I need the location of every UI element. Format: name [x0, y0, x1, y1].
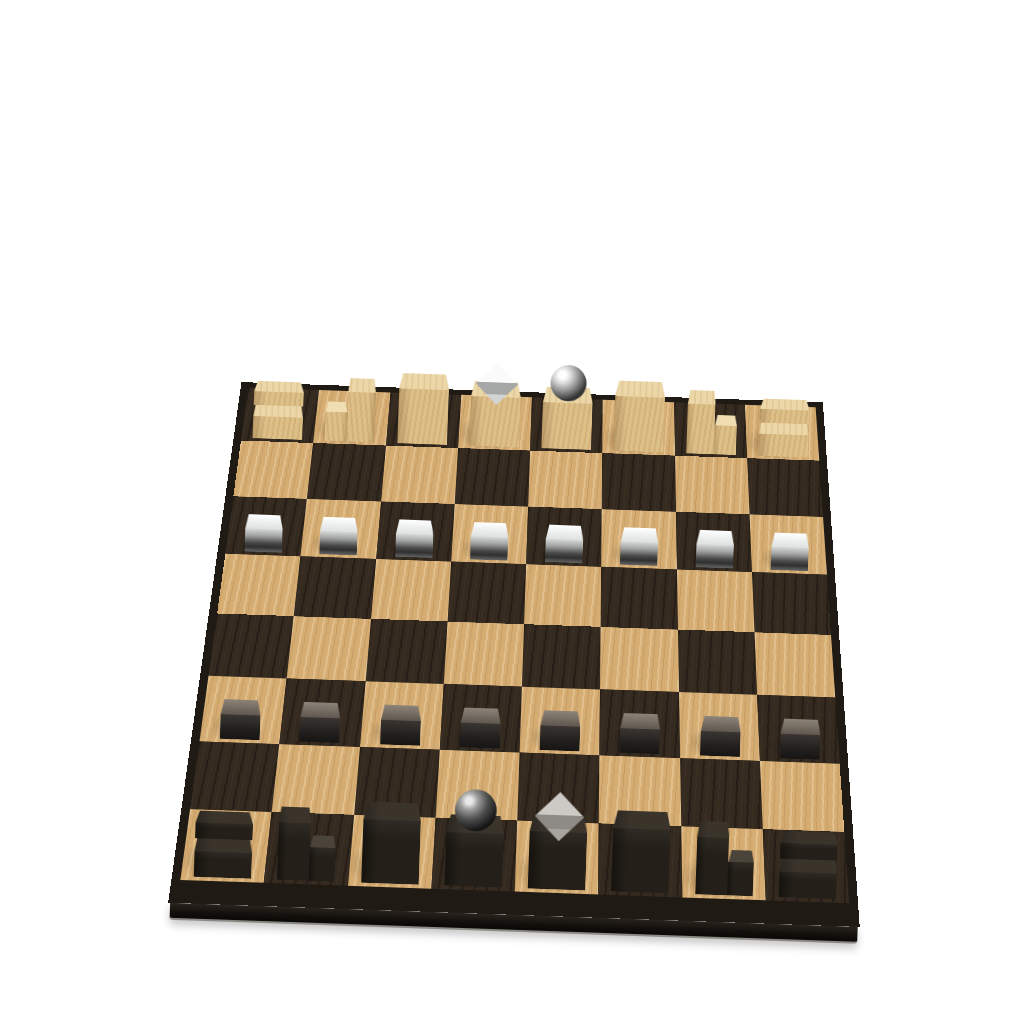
piece-black-pawn[interactable]: [300, 701, 341, 742]
square-r4c2[interactable]: [294, 556, 376, 619]
pawn-cube-top-face: [621, 527, 659, 543]
pawn-cube-front-face: [320, 531, 358, 555]
queen-block-front-face: [541, 402, 592, 450]
pawn-cube-front-face: [695, 544, 733, 568]
piece-black-knight[interactable]: [695, 821, 755, 896]
chess-board: [168, 382, 860, 927]
piece-white-rook[interactable]: [758, 399, 810, 458]
knight-notch-part: [310, 835, 337, 881]
square-r5c3[interactable]: [365, 619, 447, 684]
square-r5c6[interactable]: [600, 627, 678, 692]
bishop-block-front-face: [614, 396, 666, 453]
square-r1c3[interactable]: [386, 392, 462, 448]
square-r6c5[interactable]: [520, 687, 601, 755]
piece-black-knight[interactable]: [277, 806, 337, 881]
bishop-block-top-face: [614, 810, 672, 830]
square-r7c2[interactable]: [272, 744, 360, 815]
bishop-block-front-face: [397, 389, 449, 446]
piece-white-pawn[interactable]: [395, 519, 434, 558]
rook-back-step-top-face: [780, 831, 838, 845]
square-r3c3[interactable]: [376, 501, 455, 561]
square-r7c1[interactable]: [190, 741, 279, 812]
piece-white-pawn[interactable]: [545, 524, 584, 563]
knight-notch-floor-face: [311, 835, 337, 848]
pawn-cube-front-face: [220, 714, 261, 740]
pawn-cube-front-face: [380, 719, 421, 745]
knight-notch-floor-face: [728, 850, 754, 863]
square-r1c2[interactable]: [313, 390, 390, 446]
bishop-block-top-face: [399, 373, 449, 390]
pawn-cube-top-face: [546, 524, 584, 540]
knight-top-face: [688, 390, 716, 405]
square-r4c1[interactable]: [217, 554, 300, 617]
piece-black-queen[interactable]: [444, 788, 505, 887]
square-r1c6[interactable]: [602, 400, 674, 456]
knight-notch-part: [727, 850, 754, 896]
square-r2c1[interactable]: [233, 441, 313, 499]
square-r5c7[interactable]: [678, 630, 757, 695]
piece-white-pawn[interactable]: [620, 527, 659, 566]
pawn-cube-front-face: [780, 733, 821, 759]
piece-black-pawn[interactable]: [540, 710, 581, 751]
square-r8c8[interactable]: [763, 829, 850, 903]
square-r8c7[interactable]: [681, 826, 766, 900]
pawn-cube-top-face: [621, 713, 661, 730]
rook-back-step-front-face: [780, 843, 838, 861]
pawn-cube-top-face: [381, 704, 421, 721]
knight-tall-part: [686, 390, 716, 454]
square-r4c6[interactable]: [601, 567, 678, 630]
piece-black-pawn[interactable]: [380, 704, 421, 745]
knight-notch-front-face: [325, 412, 348, 442]
pawn-cube-front-face: [395, 533, 433, 557]
rook-front-face: [758, 434, 808, 458]
rook-front-step-top-face: [253, 405, 303, 418]
bishop-block-top-face: [363, 801, 421, 821]
square-r1c1[interactable]: [241, 387, 319, 443]
square-r7c7[interactable]: [680, 758, 763, 829]
square-r5c2[interactable]: [287, 616, 371, 681]
queen-block-front-face: [444, 832, 503, 888]
square-r1c5[interactable]: [530, 397, 603, 453]
bishop-block-front-face: [361, 819, 421, 884]
knight-front-face: [347, 392, 377, 443]
knight-front-face: [695, 837, 729, 896]
square-r7c8[interactable]: [760, 761, 845, 832]
pawn-cube-front-face: [620, 541, 658, 565]
knight-notch-front-face: [310, 847, 336, 882]
pawn-cube-top-face: [471, 522, 509, 538]
square-r8c5[interactable]: [515, 820, 599, 894]
square-r8c1[interactable]: [180, 809, 272, 883]
square-r6c1[interactable]: [200, 676, 287, 744]
piece-black-bishop[interactable]: [361, 801, 421, 884]
piece-black-pawn[interactable]: [780, 718, 821, 759]
square-r5c5[interactable]: [522, 624, 601, 689]
square-r3c2[interactable]: [301, 499, 381, 559]
square-r4c3[interactable]: [371, 559, 451, 622]
square-r2c8[interactable]: [747, 458, 823, 516]
rook-front-face: [778, 871, 836, 899]
knight-top-face: [279, 806, 312, 823]
knight-top-face: [697, 821, 730, 838]
piece-black-pawn[interactable]: [220, 699, 261, 740]
piece-black-rook[interactable]: [194, 810, 254, 878]
rook-front-step-top-face: [759, 423, 809, 436]
piece-white-knight[interactable]: [686, 390, 738, 455]
knight-top-face: [348, 378, 376, 393]
square-r6c3[interactable]: [360, 681, 444, 749]
pawn-cube-front-face: [700, 731, 741, 757]
square-r5c8[interactable]: [754, 632, 835, 698]
square-r2c6[interactable]: [602, 453, 676, 511]
knight-notch-part: [325, 402, 348, 442]
knight-notched-block: [277, 806, 337, 881]
square-r8c6[interactable]: [598, 823, 682, 897]
square-r3c7[interactable]: [676, 511, 752, 571]
rook-front-step-top-face: [195, 838, 253, 853]
rook-back-step-top-face: [196, 810, 254, 824]
knight-notch-floor-face: [326, 402, 348, 413]
square-r5c4[interactable]: [444, 621, 525, 686]
square-r4c8[interactable]: [752, 572, 831, 635]
knight-notch-front-face: [727, 862, 753, 897]
knight-notched-block: [695, 821, 755, 896]
pawn-cube-front-face: [540, 725, 581, 751]
pawn-cube-front-face: [300, 717, 341, 743]
knight-front-face: [686, 404, 716, 455]
product-photo-stage: [0, 0, 1024, 1024]
square-r1c8[interactable]: [745, 405, 820, 461]
perspective-wrapper: [168, 211, 884, 927]
knight-notch-front-face: [714, 425, 737, 455]
knight-tall-part: [347, 378, 377, 442]
pawn-cube-top-face: [245, 514, 283, 530]
pawn-cube-front-face: [545, 539, 583, 563]
bishop-block-top-face: [616, 381, 666, 398]
square-r6c8[interactable]: [757, 695, 840, 763]
square-r6c6[interactable]: [600, 690, 680, 758]
pawn-cube-top-face: [701, 715, 741, 732]
pawn-cube-front-face: [470, 536, 508, 560]
pawn-cube-top-face: [771, 532, 809, 548]
pawn-cube-front-face: [245, 528, 283, 552]
knight-notched-block: [325, 378, 377, 443]
square-r3c4[interactable]: [451, 504, 528, 564]
square-r2c5[interactable]: [528, 451, 602, 509]
pawn-cube-top-face: [301, 701, 341, 718]
square-r8c2[interactable]: [264, 812, 354, 886]
pawn-cube-top-face: [541, 710, 581, 727]
piece-white-king[interactable]: [469, 368, 521, 448]
square-r5c1[interactable]: [209, 613, 294, 678]
knight-front-face: [277, 822, 311, 881]
square-r8c4[interactable]: [431, 817, 517, 891]
piece-white-knight[interactable]: [325, 378, 377, 443]
piece-white-bishop[interactable]: [614, 381, 666, 453]
rook-front-face: [194, 851, 252, 879]
piece-black-pawn[interactable]: [620, 713, 661, 754]
pawn-cube-front-face: [620, 728, 661, 754]
knight-tall-part: [277, 806, 312, 880]
piece-black-bishop[interactable]: [611, 810, 671, 893]
piece-black-pawn[interactable]: [700, 715, 741, 756]
square-r3c1[interactable]: [225, 496, 307, 556]
piece-white-pawn[interactable]: [770, 532, 809, 571]
knight-tall-part: [695, 821, 730, 895]
square-r3c8[interactable]: [749, 514, 827, 575]
pawn-cube-front-face: [770, 547, 808, 571]
square-r3c6[interactable]: [601, 509, 676, 569]
pawn-cube-top-face: [321, 517, 359, 533]
piece-white-rook[interactable]: [253, 381, 305, 440]
piece-white-bishop[interactable]: [397, 373, 449, 445]
square-r1c7[interactable]: [674, 402, 747, 458]
rook-back-step-top-face: [254, 381, 304, 393]
knight-notch-floor-face: [715, 415, 737, 426]
square-r4c5[interactable]: [524, 564, 601, 627]
pawn-cube-top-face: [696, 530, 734, 546]
pawn-cube-top-face: [780, 718, 820, 735]
square-r2c3[interactable]: [381, 446, 458, 504]
square-r3c5[interactable]: [526, 506, 602, 566]
square-r4c4[interactable]: [447, 561, 526, 624]
knight-notch-part: [714, 415, 737, 455]
square-r2c2[interactable]: [307, 443, 385, 501]
pawn-cube-top-face: [396, 519, 434, 535]
rook-back-step-top-face: [760, 399, 810, 411]
square-r8c3[interactable]: [348, 815, 436, 889]
pawn-cube-front-face: [460, 722, 501, 748]
rook-back-step-front-face: [759, 409, 809, 424]
square-r2c4[interactable]: [454, 448, 530, 506]
bishop-block-front-face: [611, 828, 671, 893]
square-r2c7[interactable]: [675, 456, 750, 514]
rook-back-step-front-face: [254, 391, 304, 406]
rook-back-step-front-face: [195, 822, 253, 840]
piece-white-queen[interactable]: [541, 365, 594, 451]
piece-white-pawn[interactable]: [695, 530, 734, 569]
pawn-cube-top-face: [221, 699, 261, 716]
knight-notched-block: [686, 390, 738, 455]
piece-white-pawn[interactable]: [245, 514, 284, 553]
piece-white-pawn[interactable]: [470, 522, 509, 561]
piece-black-rook[interactable]: [778, 831, 838, 899]
piece-black-king[interactable]: [528, 798, 589, 890]
square-r6c4[interactable]: [440, 684, 522, 752]
square-r6c2[interactable]: [280, 679, 366, 747]
piece-black-pawn[interactable]: [460, 707, 501, 748]
piece-white-pawn[interactable]: [320, 517, 359, 556]
rook-front-step-top-face: [779, 859, 837, 874]
square-r6c7[interactable]: [679, 692, 760, 760]
rook-front-face: [253, 416, 303, 440]
square-r4c7[interactable]: [677, 569, 755, 632]
pawn-cube-top-face: [461, 707, 501, 724]
chessboard-scene: [168, 211, 884, 927]
square-r1c4[interactable]: [458, 395, 532, 451]
